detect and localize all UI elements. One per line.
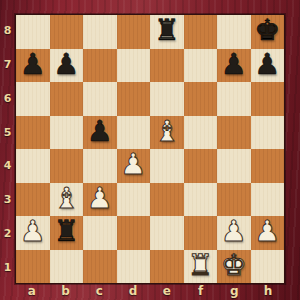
square-b2[interactable]: ♜ <box>50 216 84 250</box>
square-h2[interactable]: ♟ <box>251 216 285 250</box>
file-label-f: f <box>184 281 218 300</box>
rank-label-8: 8 <box>0 14 15 48</box>
square-b6[interactable] <box>50 82 84 116</box>
rank-label-6: 6 <box>0 82 15 116</box>
square-c8[interactable] <box>83 15 117 49</box>
square-h3[interactable] <box>251 183 285 217</box>
square-a8[interactable] <box>16 15 50 49</box>
square-e4[interactable] <box>150 149 184 183</box>
file-labels: abcdefgh <box>15 281 285 300</box>
square-d4[interactable]: ♟ <box>117 149 151 183</box>
square-a2[interactable]: ♟ <box>16 216 50 250</box>
square-b3[interactable]: ♝ <box>50 183 84 217</box>
square-b4[interactable] <box>50 149 84 183</box>
square-f1[interactable]: ♜ <box>184 250 218 284</box>
piece-white-rook-f1[interactable]: ♜ <box>187 249 213 283</box>
square-d2[interactable] <box>117 216 151 250</box>
square-e8[interactable]: ♜ <box>150 15 184 49</box>
square-b7[interactable]: ♟ <box>50 49 84 83</box>
square-g3[interactable] <box>217 183 251 217</box>
square-c4[interactable] <box>83 149 117 183</box>
square-e7[interactable] <box>150 49 184 83</box>
piece-white-pawn-h2[interactable]: ♟ <box>254 215 280 249</box>
file-label-c: c <box>83 281 117 300</box>
piece-black-pawn-a7[interactable]: ♟ <box>20 48 46 82</box>
square-f2[interactable] <box>184 216 218 250</box>
square-e1[interactable] <box>150 250 184 284</box>
square-a3[interactable] <box>16 183 50 217</box>
square-a7[interactable]: ♟ <box>16 49 50 83</box>
square-b5[interactable] <box>50 116 84 150</box>
file-label-a: a <box>15 281 49 300</box>
square-f6[interactable] <box>184 82 218 116</box>
square-d5[interactable] <box>117 116 151 150</box>
square-b1[interactable] <box>50 250 84 284</box>
piece-black-pawn-h7[interactable]: ♟ <box>254 48 280 82</box>
square-a4[interactable] <box>16 149 50 183</box>
piece-black-rook-b2[interactable]: ♜ <box>53 215 79 249</box>
piece-black-pawn-g7[interactable]: ♟ <box>221 48 247 82</box>
square-f4[interactable] <box>184 149 218 183</box>
square-h1[interactable] <box>251 250 285 284</box>
piece-white-pawn-g2[interactable]: ♟ <box>221 215 247 249</box>
square-h6[interactable] <box>251 82 285 116</box>
rank-label-2: 2 <box>0 217 15 251</box>
piece-black-pawn-c5[interactable]: ♟ <box>87 115 113 149</box>
square-h5[interactable] <box>251 116 285 150</box>
rank-label-1: 1 <box>0 250 15 284</box>
square-f3[interactable] <box>184 183 218 217</box>
square-g7[interactable]: ♟ <box>217 49 251 83</box>
square-d6[interactable] <box>117 82 151 116</box>
square-f7[interactable] <box>184 49 218 83</box>
file-label-e: e <box>150 281 184 300</box>
square-c1[interactable] <box>83 250 117 284</box>
square-g5[interactable] <box>217 116 251 150</box>
piece-white-pawn-a2[interactable]: ♟ <box>20 215 46 249</box>
square-c6[interactable] <box>83 82 117 116</box>
rank-label-5: 5 <box>0 115 15 149</box>
square-c7[interactable] <box>83 49 117 83</box>
rank-label-7: 7 <box>0 48 15 82</box>
square-e6[interactable] <box>150 82 184 116</box>
square-a6[interactable] <box>16 82 50 116</box>
rank-label-4: 4 <box>0 149 15 183</box>
piece-white-bishop-b3[interactable]: ♝ <box>53 182 79 216</box>
piece-white-king-g1[interactable]: ♚ <box>221 249 247 283</box>
chess-board: ♜♚♟♟♟♟♟♝♟♝♟♟♜♟♟♜♚ <box>15 14 285 284</box>
square-d7[interactable] <box>117 49 151 83</box>
file-label-h: h <box>251 281 285 300</box>
square-g4[interactable] <box>217 149 251 183</box>
square-e5[interactable]: ♝ <box>150 116 184 150</box>
square-g2[interactable]: ♟ <box>217 216 251 250</box>
file-label-g: g <box>218 281 252 300</box>
square-f8[interactable] <box>184 15 218 49</box>
square-b8[interactable] <box>50 15 84 49</box>
square-a5[interactable] <box>16 116 50 150</box>
file-label-d: d <box>116 281 150 300</box>
piece-white-bishop-e5[interactable]: ♝ <box>154 115 180 149</box>
square-h7[interactable]: ♟ <box>251 49 285 83</box>
square-d1[interactable] <box>117 250 151 284</box>
square-g1[interactable]: ♚ <box>217 250 251 284</box>
square-c5[interactable]: ♟ <box>83 116 117 150</box>
square-d8[interactable] <box>117 15 151 49</box>
square-g6[interactable] <box>217 82 251 116</box>
square-c3[interactable]: ♟ <box>83 183 117 217</box>
chess-board-frame: 87654321 ♜♚♟♟♟♟♟♝♟♝♟♟♜♟♟♜♚ abcdefgh <box>0 0 300 300</box>
file-label-b: b <box>49 281 83 300</box>
rank-label-3: 3 <box>0 183 15 217</box>
piece-black-king-h8[interactable]: ♚ <box>254 14 280 48</box>
piece-black-pawn-b7[interactable]: ♟ <box>53 48 79 82</box>
square-e2[interactable] <box>150 216 184 250</box>
piece-white-pawn-d4[interactable]: ♟ <box>120 148 146 182</box>
square-a1[interactable] <box>16 250 50 284</box>
square-f5[interactable] <box>184 116 218 150</box>
piece-black-rook-e8[interactable]: ♜ <box>154 14 180 48</box>
square-c2[interactable] <box>83 216 117 250</box>
square-h4[interactable] <box>251 149 285 183</box>
piece-white-pawn-c3[interactable]: ♟ <box>87 182 113 216</box>
square-g8[interactable] <box>217 15 251 49</box>
rank-labels: 87654321 <box>0 14 15 284</box>
square-h8[interactable]: ♚ <box>251 15 285 49</box>
square-e3[interactable] <box>150 183 184 217</box>
square-d3[interactable] <box>117 183 151 217</box>
